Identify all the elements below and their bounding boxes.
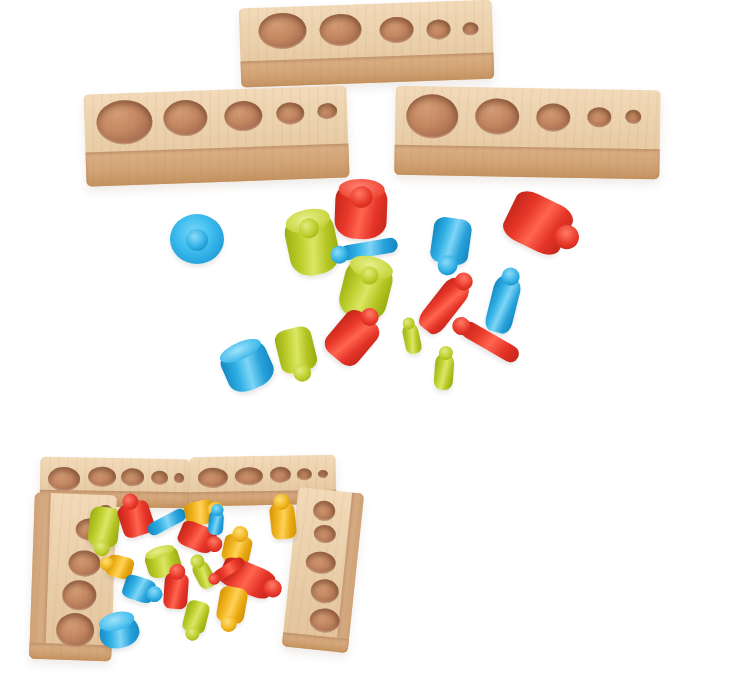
block-top-center-socket-5: [462, 22, 478, 36]
block-top-center-socket-1: [258, 12, 307, 50]
block-right-vertical-socket-1: [312, 500, 336, 522]
block-top-left-socket-5: [317, 103, 338, 120]
block-top-right-face-bottom: [394, 145, 659, 180]
block-right-vertical-socket-3: [305, 550, 337, 575]
block-top-right-socket-2: [475, 98, 520, 135]
block-left-vertical-socket-4: [62, 580, 97, 611]
peg-green-small-b: [433, 353, 454, 390]
block-top-left-socket-1: [96, 99, 154, 145]
peg-green-small-a: [401, 323, 423, 356]
block-bottom-right-horizontal-socket-3: [269, 467, 290, 483]
block-top-right-socket-5: [625, 110, 641, 124]
block-bottom-right-horizontal-socket-1: [198, 468, 228, 489]
cyl-blue-knob-down: [429, 216, 473, 267]
block-top-right-socket-1: [406, 94, 459, 139]
block-left-vertical-socket-5: [56, 612, 95, 647]
cyl-blue-lying: [215, 334, 278, 397]
block-bottom-right-horizontal-socket-4: [296, 468, 311, 480]
cyl-red-medium: [320, 305, 384, 371]
block-right-vertical-face-bottom: [282, 632, 349, 653]
cyl-blue-narrow: [483, 275, 523, 336]
block-bottom-left-horizontal-socket-1: [48, 467, 80, 492]
product-photo-canvas: [0, 0, 750, 676]
cyl-red-side: [499, 186, 578, 260]
block-top-center: [239, 0, 495, 87]
block-top-left-socket-3: [224, 100, 263, 131]
block-top-left-face-bottom: [85, 143, 349, 186]
block-right-vertical-socket-2: [313, 524, 337, 544]
block-top-left-socket-2: [163, 99, 208, 137]
cyl-green-knob-down: [273, 324, 320, 376]
tray-cyl-green-a: [87, 506, 121, 549]
cyl-red-large: [334, 180, 388, 240]
disc-blue-knob: [186, 229, 208, 251]
block-top-center-socket-4: [426, 19, 451, 40]
block-top-right-socket-4: [587, 107, 611, 127]
block-top-center-socket-3: [379, 16, 414, 43]
block-right-vertical-face-right: [336, 493, 365, 653]
block-top-right-socket-3: [536, 103, 570, 132]
block-left-vertical-face-left: [29, 493, 51, 659]
block-top-left: [83, 85, 349, 186]
block-bottom-left-horizontal-socket-2: [88, 467, 116, 487]
block-top-center-face-bottom: [241, 53, 495, 88]
tray-cyl-yellow-d: [215, 585, 249, 625]
tray-peg-blue: [208, 511, 225, 536]
block-bottom-left-horizontal-socket-5: [174, 473, 184, 483]
block-bottom-right-horizontal-socket-2: [235, 467, 263, 485]
block-right-vertical-socket-4: [310, 578, 340, 605]
block-bottom-left-horizontal-socket-4: [150, 471, 167, 485]
tray-cyl-red-c: [163, 572, 189, 610]
block-top-center-socket-2: [319, 13, 362, 46]
tray-cyl-yellow-lean: [269, 502, 298, 540]
cyl-blue-narrow-body: [483, 275, 523, 336]
block-bottom-left-horizontal-socket-3: [120, 468, 143, 486]
disc-blue: [170, 214, 224, 264]
block-right-vertical-socket-5: [309, 607, 341, 634]
block-bottom-right-horizontal-socket-5: [318, 470, 328, 478]
block-top-right: [394, 86, 661, 180]
block-top-left-socket-4: [276, 102, 305, 125]
